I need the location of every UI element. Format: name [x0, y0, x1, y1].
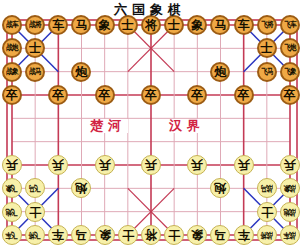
board-intersection-r4c12[interactable]: [255, 83, 278, 106]
piece-label: 飞炮: [6, 208, 17, 216]
board-intersection-r10c9[interactable]: 象: [186, 223, 209, 246]
board-intersection-r7c9[interactable]: 兵: [186, 153, 209, 176]
board-intersection-r9c2[interactable]: 士: [24, 200, 47, 223]
piece-label: 兵: [52, 159, 64, 171]
piece-label: 将: [145, 229, 157, 241]
board-intersection-r10c8[interactable]: 士: [162, 223, 185, 246]
board-intersection-r8c7[interactable]: [139, 177, 162, 200]
board-intersection-r9c13[interactable]: 战炮: [278, 200, 300, 223]
bottom-elephant[interactable]: 象: [187, 225, 207, 245]
bottom-advisor[interactable]: 士: [118, 225, 138, 245]
board-intersection-r3c4[interactable]: 炮: [70, 60, 93, 83]
board-intersection-r1c4[interactable]: 马: [70, 13, 93, 36]
top-flying-elephant[interactable]: 飞象: [280, 62, 300, 82]
board-intersection-r7c7[interactable]: 兵: [139, 153, 162, 176]
bottom-elephant[interactable]: 象: [95, 225, 115, 245]
board-intersection-r6c11[interactable]: [232, 130, 255, 153]
board-intersection-r9c3[interactable]: [47, 200, 70, 223]
board-intersection-r4c11[interactable]: 卒: [232, 83, 255, 106]
board-intersection-r8c4[interactable]: 炮: [70, 177, 93, 200]
board-intersection-r10c3[interactable]: 车: [47, 223, 70, 246]
piece-label: 飞象: [284, 68, 295, 76]
board-intersection-r4c13[interactable]: 卒: [278, 83, 300, 106]
piece-label: 兵: [284, 159, 296, 171]
piece-label: 兵: [191, 159, 203, 171]
board-intersection-r8c6[interactable]: [116, 177, 139, 200]
bottom-soldier[interactable]: 兵: [234, 155, 254, 175]
board-intersection-r7c13[interactable]: 兵: [278, 153, 300, 176]
board-intersection-r10c5[interactable]: 象: [93, 223, 116, 246]
board-intersection-r4c10[interactable]: [209, 83, 232, 106]
piece-label: 车: [52, 229, 64, 241]
top-advisor[interactable]: 士: [257, 38, 277, 58]
piece-label: 象: [191, 229, 203, 241]
piece-label: 战炮: [284, 208, 295, 216]
top-soldier[interactable]: 卒: [2, 85, 22, 105]
piece-label: 战象: [6, 68, 17, 76]
bottom-chariot[interactable]: 车: [48, 225, 68, 245]
board-intersection-r6c6[interactable]: [116, 130, 139, 153]
board-intersection-r3c6[interactable]: [116, 60, 139, 83]
board-intersection-r5c5[interactable]: [93, 107, 116, 130]
board-intersection-r2c9[interactable]: [186, 37, 209, 60]
bottom-advisor[interactable]: 士: [257, 202, 277, 222]
piece-label: 飞马: [29, 184, 40, 192]
board-grid: 战车战将车马象士将士象马车飞将飞车战炮士士飞炮战象战马炮炮飞马飞象卒卒卒卒卒卒卒…: [0, 13, 300, 246]
piece-label: 飞车: [6, 231, 17, 239]
board-intersection-r3c8[interactable]: [162, 60, 185, 83]
piece-label: 兵: [6, 159, 18, 171]
piece-label: 士: [122, 19, 134, 31]
board-intersection-r1c3[interactable]: 车: [47, 13, 70, 36]
board-intersection-r2c10[interactable]: [209, 37, 232, 60]
piece-label: 卒: [284, 89, 296, 101]
board-intersection-r4c6[interactable]: [116, 83, 139, 106]
bottom-war-chariot[interactable]: 战车: [280, 225, 300, 245]
piece-label: 士: [122, 229, 134, 241]
piece-label: 马: [75, 229, 87, 241]
board-intersection-r7c8[interactable]: [162, 153, 185, 176]
piece-label: 卒: [191, 89, 203, 101]
board-intersection-r7c6[interactable]: [116, 153, 139, 176]
board-intersection-r6c13[interactable]: [278, 130, 300, 153]
piece-label: 将: [145, 19, 157, 31]
piece-label: 象: [191, 19, 203, 31]
top-soldier[interactable]: 卒: [48, 85, 68, 105]
piece-label: 象: [99, 229, 111, 241]
bottom-flying-chariot[interactable]: 飞车: [2, 225, 22, 245]
piece-label: 飞炮: [284, 44, 295, 52]
top-war-chariot[interactable]: 战车: [2, 15, 22, 35]
piece-label: 战将: [29, 21, 40, 29]
board-intersection-r10c2[interactable]: 飞将: [24, 223, 47, 246]
board-intersection-r3c9[interactable]: [186, 60, 209, 83]
piece-label: 车: [52, 19, 64, 31]
board-intersection-r1c5[interactable]: 象: [93, 13, 116, 36]
board-intersection-r5c8[interactable]: [162, 107, 185, 130]
board-intersection-r5c1[interactable]: [0, 107, 23, 130]
board-intersection-r8c1[interactable]: 飞象: [0, 177, 23, 200]
bottom-flying-general[interactable]: 飞将: [25, 225, 45, 245]
piece-label: 士: [29, 206, 41, 218]
top-soldier[interactable]: 卒: [187, 85, 207, 105]
piece-label: 炮: [214, 66, 226, 78]
bottom-advisor[interactable]: 士: [25, 202, 45, 222]
board-intersection-r8c5[interactable]: [93, 177, 116, 200]
game-title: 六国象棋: [114, 1, 186, 19]
top-soldier[interactable]: 卒: [95, 85, 115, 105]
bottom-soldier[interactable]: 兵: [187, 155, 207, 175]
board-intersection-r5c9[interactable]: [186, 107, 209, 130]
bottom-cannon[interactable]: 炮: [71, 178, 91, 198]
piece-label: 卒: [238, 89, 250, 101]
piece-label: 飞马: [261, 68, 272, 76]
board-intersection-r4c2[interactable]: [24, 83, 47, 106]
piece-label: 马: [214, 229, 226, 241]
board-intersection-r1c11[interactable]: 车: [232, 13, 255, 36]
bottom-flying-cannon[interactable]: 飞炮: [2, 202, 22, 222]
piece-label: 战炮: [6, 44, 17, 52]
top-chariot[interactable]: 车: [48, 15, 68, 35]
board-intersection-r9c6[interactable]: [116, 200, 139, 223]
board-intersection-r6c3[interactable]: [47, 130, 70, 153]
board-intersection-r4c4[interactable]: [70, 83, 93, 106]
bottom-soldier[interactable]: 兵: [48, 155, 68, 175]
bottom-soldier[interactable]: 兵: [280, 155, 300, 175]
top-soldier[interactable]: 卒: [141, 85, 161, 105]
piece-label: 兵: [99, 159, 111, 171]
board-intersection-r5c2[interactable]: [24, 107, 47, 130]
board-intersection-r1c13[interactable]: 飞车: [278, 13, 300, 36]
board-intersection-r7c1[interactable]: 兵: [0, 153, 23, 176]
top-flying-general[interactable]: 飞将: [257, 15, 277, 35]
piece-label: 飞象: [6, 184, 17, 192]
piece-label: 士: [261, 206, 273, 218]
top-war-horse[interactable]: 战马: [25, 62, 45, 82]
board-intersection-r3c11[interactable]: [232, 60, 255, 83]
board-intersection-r8c8[interactable]: [162, 177, 185, 200]
top-war-cannon[interactable]: 战炮: [2, 38, 22, 58]
top-cannon[interactable]: 炮: [210, 62, 230, 82]
board-intersection-r2c11[interactable]: [232, 37, 255, 60]
board-intersection-r3c2[interactable]: 战马: [24, 60, 47, 83]
board-intersection-r7c12[interactable]: [255, 153, 278, 176]
board-intersection-r7c10[interactable]: [209, 153, 232, 176]
board-intersection-r9c8[interactable]: [162, 200, 185, 223]
board-intersection-r5c4[interactable]: [70, 107, 93, 130]
board-intersection-r3c12[interactable]: 飞马: [255, 60, 278, 83]
board-intersection-r5c13[interactable]: [278, 107, 300, 130]
board-intersection-r2c6[interactable]: [116, 37, 139, 60]
board-intersection-r5c10[interactable]: [209, 107, 232, 130]
piece-label: 卒: [52, 89, 64, 101]
bottom-war-general[interactable]: 战将: [257, 225, 277, 245]
board-intersection-r4c5[interactable]: 卒: [93, 83, 116, 106]
board-intersection-r10c11[interactable]: 车: [232, 223, 255, 246]
board-intersection-r6c7[interactable]: [139, 130, 162, 153]
board-intersection-r4c3[interactable]: 卒: [47, 83, 70, 106]
bottom-soldier[interactable]: 兵: [2, 155, 22, 175]
board-intersection-r6c12[interactable]: [255, 130, 278, 153]
board-intersection-r6c10[interactable]: [209, 130, 232, 153]
board-intersection-r9c12[interactable]: 士: [255, 200, 278, 223]
board-intersection-r2c8[interactable]: [162, 37, 185, 60]
piece-label: 卒: [6, 89, 18, 101]
board-intersection-r3c13[interactable]: 飞象: [278, 60, 300, 83]
piece-label: 卒: [99, 89, 111, 101]
board-intersection-r8c11[interactable]: [232, 177, 255, 200]
board-intersection-r6c8[interactable]: [162, 130, 185, 153]
piece-label: 飞车: [284, 21, 295, 29]
piece-label: 士: [29, 42, 41, 54]
board-intersection-r8c2[interactable]: 飞马: [24, 177, 47, 200]
piece-label: 兵: [238, 159, 250, 171]
piece-label: 战马: [261, 184, 272, 192]
board-intersection-r1c12[interactable]: 飞将: [255, 13, 278, 36]
board-intersection-r8c9[interactable]: [186, 177, 209, 200]
board-intersection-r6c2[interactable]: [24, 130, 47, 153]
bottom-soldier[interactable]: 兵: [95, 155, 115, 175]
bottom-horse[interactable]: 马: [71, 225, 91, 245]
board-intersection-r1c1[interactable]: 战车: [0, 13, 23, 36]
board-intersection-r2c12[interactable]: 士: [255, 37, 278, 60]
top-war-general[interactable]: 战将: [25, 15, 45, 35]
board-intersection-r5c12[interactable]: [255, 107, 278, 130]
board-intersection-r9c4[interactable]: [70, 200, 93, 223]
board-intersection-r6c5[interactable]: [93, 130, 116, 153]
piece-label: 炮: [75, 182, 87, 194]
piece-label: 车: [238, 19, 250, 31]
bottom-general[interactable]: 将: [141, 225, 161, 245]
board-intersection-r4c8[interactable]: [162, 83, 185, 106]
top-war-elephant[interactable]: 战象: [2, 62, 22, 82]
board-intersection-r7c3[interactable]: 兵: [47, 153, 70, 176]
board-intersection-r10c13[interactable]: 战车: [278, 223, 300, 246]
piece-label: 炮: [75, 66, 87, 78]
board-intersection-r9c1[interactable]: 飞炮: [0, 200, 23, 223]
board-intersection-r8c13[interactable]: 战象: [278, 177, 300, 200]
board-intersection-r5c6[interactable]: [116, 107, 139, 130]
top-cannon[interactable]: 炮: [71, 62, 91, 82]
board-intersection-r6c9[interactable]: [186, 130, 209, 153]
board-intersection-r4c1[interactable]: 卒: [0, 83, 23, 106]
piece-label: 士: [261, 42, 273, 54]
board-intersection-r7c11[interactable]: 兵: [232, 153, 255, 176]
top-chariot[interactable]: 车: [234, 15, 254, 35]
board-intersection-r6c1[interactable]: [0, 130, 23, 153]
piece-label: 马: [214, 19, 226, 31]
board-intersection-r2c13[interactable]: 飞炮: [278, 37, 300, 60]
bottom-war-horse[interactable]: 战马: [257, 178, 277, 198]
top-flying-cannon[interactable]: 飞炮: [280, 38, 300, 58]
bottom-flying-horse[interactable]: 飞马: [25, 178, 45, 198]
board-intersection-r5c11[interactable]: [232, 107, 255, 130]
board-intersection-r10c7[interactable]: 将: [139, 223, 162, 246]
board-intersection-r2c5[interactable]: [93, 37, 116, 60]
board-intersection-r10c4[interactable]: 马: [70, 223, 93, 246]
xiangqi-board-screenshot: 六国象棋 楚河 汉界 战车战将车马象士将士象马车飞将飞车战炮士士飞炮战象战马炮炮…: [0, 0, 300, 250]
board-intersection-r4c7[interactable]: 卒: [139, 83, 162, 106]
board-intersection-r2c4[interactable]: [70, 37, 93, 60]
board-intersection-r8c3[interactable]: [47, 177, 70, 200]
board-intersection-r5c7[interactable]: [139, 107, 162, 130]
board-intersection-r8c10[interactable]: 炮: [209, 177, 232, 200]
board-intersection-r9c9[interactable]: [186, 200, 209, 223]
board-intersection-r2c2[interactable]: 士: [24, 37, 47, 60]
board-intersection-r4c9[interactable]: 卒: [186, 83, 209, 106]
top-flying-chariot[interactable]: 飞车: [280, 15, 300, 35]
piece-label: 卒: [145, 89, 157, 101]
board-intersection-r1c10[interactable]: 马: [209, 13, 232, 36]
piece-label: 战象: [284, 184, 295, 192]
board-intersection-r10c10[interactable]: 马: [209, 223, 232, 246]
board-intersection-r2c3[interactable]: [47, 37, 70, 60]
top-soldier[interactable]: 卒: [234, 85, 254, 105]
bottom-soldier[interactable]: 兵: [141, 155, 161, 175]
top-elephant[interactable]: 象: [187, 15, 207, 35]
piece-label: 战将: [261, 231, 272, 239]
board-intersection-r9c5[interactable]: [93, 200, 116, 223]
piece-label: 飞将: [29, 231, 40, 239]
piece-label: 兵: [145, 159, 157, 171]
board-intersection-r9c10[interactable]: [209, 200, 232, 223]
bottom-horse[interactable]: 马: [210, 225, 230, 245]
board-intersection-r3c5[interactable]: [93, 60, 116, 83]
piece-label: 象: [99, 19, 111, 31]
piece-label: 士: [168, 229, 180, 241]
top-horse[interactable]: 马: [210, 15, 230, 35]
board-intersection-r7c2[interactable]: [24, 153, 47, 176]
board-intersection-r8c12[interactable]: 战马: [255, 177, 278, 200]
board-intersection-r10c6[interactable]: 士: [116, 223, 139, 246]
board-intersection-r7c4[interactable]: [70, 153, 93, 176]
piece-label: 战车: [6, 21, 17, 29]
board-intersection-r3c7[interactable]: [139, 60, 162, 83]
bottom-advisor[interactable]: 士: [164, 225, 184, 245]
bottom-war-cannon[interactable]: 战炮: [280, 202, 300, 222]
top-advisor[interactable]: 士: [25, 38, 45, 58]
top-flying-horse[interactable]: 飞马: [257, 62, 277, 82]
board-intersection-r3c1[interactable]: 战象: [0, 60, 23, 83]
piece-label: 车: [238, 229, 250, 241]
top-soldier[interactable]: 卒: [280, 85, 300, 105]
top-elephant[interactable]: 象: [95, 15, 115, 35]
board-intersection-r9c7[interactable]: [139, 200, 162, 223]
board-intersection-r3c10[interactable]: 炮: [209, 60, 232, 83]
piece-label: 士: [168, 19, 180, 31]
piece-label: 马: [75, 19, 87, 31]
piece-label: 炮: [214, 182, 226, 194]
board-intersection-r10c12[interactable]: 战将: [255, 223, 278, 246]
board-intersection-r9c11[interactable]: [232, 200, 255, 223]
top-horse[interactable]: 马: [71, 15, 91, 35]
piece-label: 飞将: [261, 21, 272, 29]
piece-label: 战马: [29, 68, 40, 76]
board-intersection-r5c3[interactable]: [47, 107, 70, 130]
bottom-war-elephant[interactable]: 战象: [280, 178, 300, 198]
board-intersection-r1c2[interactable]: 战将: [24, 13, 47, 36]
board-intersection-r2c1[interactable]: 战炮: [0, 37, 23, 60]
board-intersection-r10c1[interactable]: 飞车: [0, 223, 23, 246]
board-intersection-r3c3[interactable]: [47, 60, 70, 83]
piece-label: 战车: [284, 231, 295, 239]
board-intersection-r2c7[interactable]: [139, 37, 162, 60]
bottom-chariot[interactable]: 车: [234, 225, 254, 245]
board-intersection-r7c5[interactable]: 兵: [93, 153, 116, 176]
bottom-flying-elephant[interactable]: 飞象: [2, 178, 22, 198]
board-intersection-r6c4[interactable]: [70, 130, 93, 153]
board-intersection-r1c9[interactable]: 象: [186, 13, 209, 36]
bottom-cannon[interactable]: 炮: [210, 178, 230, 198]
